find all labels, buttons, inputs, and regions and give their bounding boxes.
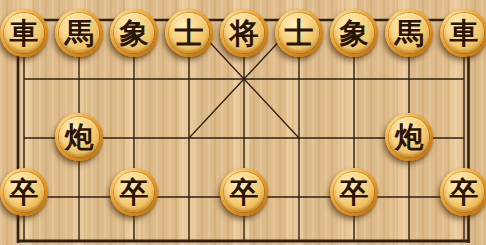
piece-black-horse-f1r0[interactable]: 馬 bbox=[55, 9, 103, 57]
piece-black-horse-f7r0[interactable]: 馬 bbox=[385, 9, 433, 57]
black-soldier-glyph: 卒 bbox=[120, 178, 149, 207]
black-elephant-glyph: 象 bbox=[340, 19, 369, 48]
black-soldier-glyph: 卒 bbox=[450, 178, 479, 207]
piece-black-general-f4r0[interactable]: 将 bbox=[220, 9, 268, 57]
black-soldier-glyph: 卒 bbox=[10, 178, 39, 207]
piece-black-chariot-f8r0[interactable]: 車 bbox=[440, 9, 486, 57]
pieces-layer: 車馬象士将士象馬車炮炮卒卒卒卒卒 bbox=[0, 0, 486, 245]
piece-black-cannon-f7r2[interactable]: 炮 bbox=[385, 113, 433, 161]
piece-black-cannon-f1r2[interactable]: 炮 bbox=[55, 113, 103, 161]
xiangqi-board[interactable]: 車馬象士将士象馬車炮炮卒卒卒卒卒 bbox=[0, 0, 486, 245]
piece-black-elephant-f6r0[interactable]: 象 bbox=[330, 9, 378, 57]
black-soldier-glyph: 卒 bbox=[340, 178, 369, 207]
black-soldier-glyph: 卒 bbox=[230, 178, 259, 207]
piece-black-advisor-f3r0[interactable]: 士 bbox=[165, 9, 213, 57]
piece-black-elephant-f2r0[interactable]: 象 bbox=[110, 9, 158, 57]
black-cannon-glyph: 炮 bbox=[65, 123, 94, 152]
black-cannon-glyph: 炮 bbox=[395, 123, 424, 152]
black-horse-glyph: 馬 bbox=[65, 19, 94, 48]
piece-black-soldier-f0r3[interactable]: 卒 bbox=[0, 168, 48, 216]
black-advisor-glyph: 士 bbox=[175, 19, 204, 48]
black-general-glyph: 将 bbox=[230, 19, 259, 48]
piece-black-soldier-f8r3[interactable]: 卒 bbox=[440, 168, 486, 216]
piece-black-soldier-f4r3[interactable]: 卒 bbox=[220, 168, 268, 216]
piece-black-chariot-f0r0[interactable]: 車 bbox=[0, 9, 48, 57]
black-advisor-glyph: 士 bbox=[285, 19, 314, 48]
piece-black-soldier-f6r3[interactable]: 卒 bbox=[330, 168, 378, 216]
black-chariot-glyph: 車 bbox=[450, 19, 479, 48]
piece-black-soldier-f2r3[interactable]: 卒 bbox=[110, 168, 158, 216]
black-chariot-glyph: 車 bbox=[10, 19, 39, 48]
black-elephant-glyph: 象 bbox=[120, 19, 149, 48]
piece-black-advisor-f5r0[interactable]: 士 bbox=[275, 9, 323, 57]
black-horse-glyph: 馬 bbox=[395, 19, 424, 48]
